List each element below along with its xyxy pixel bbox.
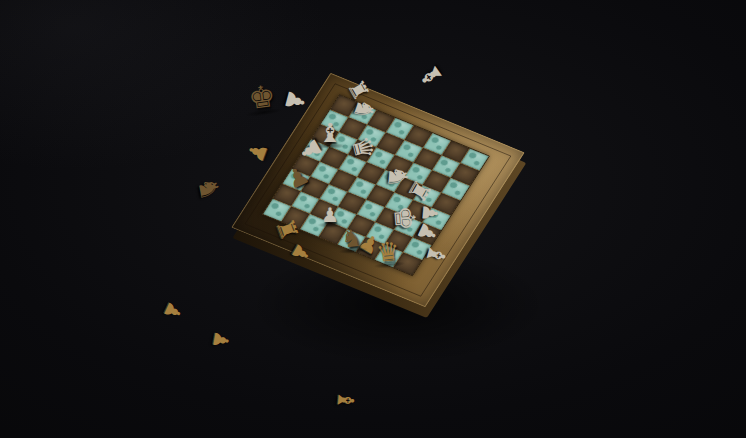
piece-silver-knight-fallen[interactable]: ♞ <box>349 95 379 123</box>
photo-scene: ♚♟♝♞♟♟♝♝♜♞♛♟♟♟♞♜♚♟♟♛♟♝♞♜♟♟ <box>0 0 746 438</box>
knight-glyph: ♞ <box>340 226 364 252</box>
piece-bronze-knight-off-board-fallen[interactable]: ♞ <box>194 175 224 202</box>
bishop-glyph: ♝ <box>414 59 449 93</box>
piece-gold-pawn-fallen[interactable]: ♟ <box>288 240 314 266</box>
pawn-glyph: ♟ <box>210 329 233 350</box>
piece-bronze-pawn-fallen[interactable]: ♟ <box>283 162 313 193</box>
piece-silver-bishop-fallen[interactable]: ♝ <box>422 241 451 268</box>
queen-glyph: ♛ <box>347 133 378 162</box>
piece-gold-rook-fallen[interactable]: ♜ <box>272 215 302 243</box>
bishop-glyph: ♝ <box>422 241 451 268</box>
rook-glyph: ♜ <box>272 215 302 243</box>
pawn-glyph: ♟ <box>244 139 271 165</box>
pawn-glyph: ♟ <box>160 299 186 324</box>
pawn-glyph: ♟ <box>281 87 310 114</box>
pawn-glyph: ♟ <box>283 162 313 193</box>
pawn-glyph: ♟ <box>321 205 339 225</box>
king-glyph: ♚ <box>247 81 278 114</box>
pieces-layer: ♚♟♝♞♟♟♝♝♜♞♛♟♟♟♞♜♚♟♟♛♟♝♞♜♟♟ <box>0 0 746 438</box>
bishop-glyph: ♝ <box>333 390 357 412</box>
piece-gold-bishop-off-board-fallen[interactable]: ♝ <box>333 390 357 412</box>
piece-silver-rook-fallen[interactable]: ♜ <box>403 175 435 206</box>
piece-silver-queen-fallen[interactable]: ♛ <box>347 133 378 162</box>
piece-gold-pawn-off-board-fallen[interactable]: ♟ <box>160 299 186 324</box>
piece-bronze-king-off-board-standing[interactable]: ♚ <box>247 81 278 114</box>
piece-bronze-knight-standing[interactable]: ♞ <box>340 226 364 252</box>
rook-glyph: ♜ <box>403 175 435 206</box>
knight-glyph: ♞ <box>194 175 224 202</box>
piece-gold-pawn-fallen[interactable]: ♟ <box>244 139 271 165</box>
piece-silver-pawn-fallen[interactable]: ♟ <box>281 87 310 114</box>
piece-gold-pawn-off-board-fallen[interactable]: ♟ <box>210 329 233 350</box>
piece-silver-pawn-standing[interactable]: ♟ <box>321 205 339 225</box>
piece-silver-bishop-off-board-fallen[interactable]: ♝ <box>414 59 449 93</box>
knight-glyph: ♞ <box>349 95 379 123</box>
pawn-glyph: ♟ <box>288 240 314 266</box>
